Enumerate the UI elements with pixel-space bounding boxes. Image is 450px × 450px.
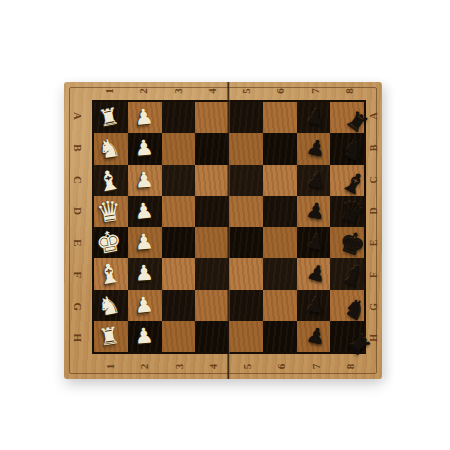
square-g1: ♞ (94, 290, 128, 321)
square-b4 (195, 133, 229, 164)
white-pawn-b2: ♟ (126, 132, 162, 166)
file-label-4: 4 (203, 74, 221, 108)
white-knight-b1: ♞ (90, 131, 128, 167)
square-b3 (162, 133, 196, 164)
square-g4 (195, 290, 229, 321)
square-f5 (229, 258, 263, 289)
square-g3 (162, 290, 196, 321)
black-pawn-g7: ♟ (296, 287, 334, 323)
square-d5 (229, 196, 263, 227)
square-d2: ♟ (128, 196, 162, 227)
file-label-5: 5 (234, 349, 259, 383)
white-knight-g1: ♞ (89, 287, 128, 324)
rank-label-d: D (62, 197, 94, 225)
square-b1: ♞ (94, 133, 128, 164)
rank-labels-right: ABCDEFGH (366, 100, 382, 354)
square-b6 (263, 133, 297, 164)
square-d6 (263, 196, 297, 227)
square-c4 (195, 165, 229, 196)
square-g5 (229, 290, 263, 321)
square-f7: ♟ (297, 258, 331, 289)
square-h7: ♟ (297, 321, 331, 352)
square-f6 (263, 258, 297, 289)
white-bishop-c1: ♝ (89, 162, 128, 199)
rank-label-d: D (358, 203, 390, 219)
file-label-6: 6 (271, 74, 289, 108)
square-b5 (229, 133, 263, 164)
square-f3 (162, 258, 196, 289)
square-f1: ♝ (94, 258, 128, 289)
square-d7: ♟ (297, 196, 331, 227)
rank-label-g: G (62, 292, 94, 320)
rank-label-f: F (62, 261, 94, 289)
square-e2: ♟ (128, 227, 162, 258)
file-label-4: 4 (199, 349, 224, 383)
file-label-8: 8 (340, 74, 358, 108)
rank-label-b: B (358, 140, 390, 156)
rank-label-f: F (358, 267, 390, 283)
square-e5 (229, 227, 263, 258)
white-bishop-f1: ♝ (90, 256, 128, 292)
square-b7: ♟ (297, 133, 331, 164)
rank-label-g: G (358, 298, 390, 314)
file-label-1: 1 (100, 74, 118, 108)
rank-label-e: E (62, 229, 94, 257)
file-label-3: 3 (169, 74, 187, 108)
square-f2: ♟ (128, 258, 162, 289)
rank-label-b: B (62, 134, 94, 162)
square-h2: ♟ (128, 321, 162, 352)
square-e3 (162, 227, 196, 258)
file-label-7: 7 (306, 74, 324, 108)
rank-label-c: C (62, 165, 94, 193)
square-b2: ♟ (128, 133, 162, 164)
chessboard-photo: 12345678 12345678 ABCDEFGH ABCDEFGH ♜♟♟♜… (64, 82, 382, 379)
black-pawn-d7: ♟ (296, 193, 334, 229)
square-e1: ♚ (94, 227, 128, 258)
white-pawn-c2: ♟ (126, 163, 162, 197)
file-label-8: 8 (336, 349, 361, 383)
rank-labels-left: ABCDEFGH (64, 100, 92, 354)
white-pawn-d2: ♟ (125, 194, 162, 229)
rank-label-a: A (358, 108, 390, 124)
square-d4 (195, 196, 229, 227)
square-e7: ♟ (297, 227, 331, 258)
file-label-2: 2 (134, 74, 152, 108)
file-label-2: 2 (131, 349, 156, 383)
square-h4 (195, 321, 229, 352)
square-h6 (263, 321, 297, 352)
square-c7: ♟ (297, 165, 331, 196)
white-pawn-e2: ♟ (126, 226, 162, 260)
rank-label-a: A (62, 102, 94, 130)
square-h3 (162, 321, 196, 352)
file-label-6: 6 (268, 349, 293, 383)
file-label-1: 1 (97, 349, 122, 383)
square-e6 (263, 227, 297, 258)
file-label-7: 7 (302, 349, 327, 383)
square-g2: ♟ (128, 290, 162, 321)
square-c2: ♟ (128, 165, 162, 196)
rank-label-e: E (358, 235, 390, 251)
square-e4 (195, 227, 229, 258)
square-d3 (162, 196, 196, 227)
square-c3 (162, 165, 196, 196)
square-g7: ♟ (297, 290, 331, 321)
square-c5 (229, 165, 263, 196)
rank-label-h: H (358, 330, 390, 346)
square-d1: ♛ (94, 196, 128, 227)
white-queen-d1: ♛ (90, 193, 128, 229)
white-pawn-h2: ♟ (126, 319, 162, 353)
square-c1: ♝ (94, 165, 128, 196)
white-pawn-g2: ♟ (125, 288, 162, 323)
fold-seam (227, 82, 230, 379)
rank-label-h: H (62, 324, 94, 352)
square-f4 (195, 258, 229, 289)
square-g6 (263, 290, 297, 321)
white-pawn-f2: ♟ (126, 257, 162, 291)
file-label-3: 3 (165, 349, 190, 383)
rank-label-c: C (358, 171, 390, 187)
square-h1: ♜ (94, 321, 128, 352)
white-king-e1: ♚ (89, 224, 128, 261)
square-h5 (229, 321, 263, 352)
file-label-5: 5 (237, 74, 255, 108)
square-c6 (263, 165, 297, 196)
